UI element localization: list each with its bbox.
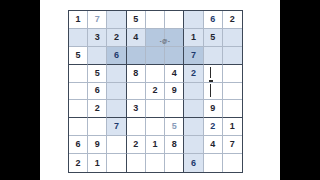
sudoku-board: -@- 175623241556758426292397521692184721… [68, 10, 243, 173]
cell-r2c2[interactable]: 3 [88, 29, 107, 47]
cell-r6c4[interactable]: 3 [127, 100, 146, 118]
cell-r7c4[interactable] [127, 118, 146, 136]
cell-r1c6[interactable] [165, 11, 184, 29]
cell-r9c1[interactable]: 2 [69, 154, 88, 172]
cell-r7c9[interactable]: 1 [223, 118, 242, 136]
text-cursor-icon [209, 67, 214, 98]
cell-r7c7[interactable] [184, 118, 203, 136]
cell-r1c8[interactable]: 6 [204, 11, 223, 29]
cell-r2c9[interactable] [223, 29, 242, 47]
caret-tick [209, 80, 213, 82]
emoticon-artifact: -@- [152, 38, 178, 47]
cell-r4c6[interactable]: 4 [165, 65, 184, 83]
cell-r4c1[interactable] [69, 65, 88, 83]
app-background: -@- 175623241556758426292397521692184721… [40, 0, 280, 180]
cell-r2c1[interactable] [69, 29, 88, 47]
cell-r3c3[interactable]: 6 [107, 47, 126, 65]
cell-r1c9[interactable]: 2 [223, 11, 242, 29]
cell-r2c8[interactable]: 5 [204, 29, 223, 47]
cell-r6c3[interactable] [107, 100, 126, 118]
cell-r5c2[interactable]: 6 [88, 83, 107, 101]
cell-r9c5[interactable] [146, 154, 165, 172]
cell-r8c1[interactable]: 6 [69, 136, 88, 154]
cell-r6c2[interactable]: 2 [88, 100, 107, 118]
cell-r7c2[interactable] [88, 118, 107, 136]
cell-r6c1[interactable] [69, 100, 88, 118]
cell-r5c7[interactable] [184, 83, 203, 101]
cell-r1c7[interactable] [184, 11, 203, 29]
cell-r3c4[interactable] [127, 47, 146, 65]
cell-r8c7[interactable] [184, 136, 203, 154]
cell-r8c8[interactable]: 4 [204, 136, 223, 154]
caret-bar-bottom [210, 84, 211, 97]
cell-r3c8[interactable] [204, 47, 223, 65]
cell-r8c2[interactable]: 9 [88, 136, 107, 154]
cell-r5c4[interactable] [127, 83, 146, 101]
cell-r3c6[interactable] [165, 47, 184, 65]
cell-r1c1[interactable]: 1 [69, 11, 88, 29]
cell-r2c4[interactable]: 4 [127, 29, 146, 47]
cell-r8c9[interactable]: 7 [223, 136, 242, 154]
cell-r4c7[interactable]: 2 [184, 65, 203, 83]
cell-r3c9[interactable] [223, 47, 242, 65]
cell-r9c7[interactable]: 6 [184, 154, 203, 172]
cell-r9c3[interactable] [107, 154, 126, 172]
cell-r4c3[interactable] [107, 65, 126, 83]
cell-r8c4[interactable]: 2 [127, 136, 146, 154]
cell-r9c8[interactable] [204, 154, 223, 172]
cell-r7c6[interactable]: 5 [165, 118, 184, 136]
cell-r1c2[interactable]: 7 [88, 11, 107, 29]
cell-r9c9[interactable] [223, 154, 242, 172]
cell-r5c5[interactable]: 2 [146, 83, 165, 101]
screenshot-root: -@- 175623241556758426292397521692184721… [0, 0, 320, 180]
cell-r5c6[interactable]: 9 [165, 83, 184, 101]
cell-r4c4[interactable]: 8 [127, 65, 146, 83]
cell-r6c7[interactable] [184, 100, 203, 118]
cell-r3c5[interactable] [146, 47, 165, 65]
cell-r5c9[interactable] [223, 83, 242, 101]
cell-r4c5[interactable] [146, 65, 165, 83]
cell-r6c8[interactable]: 9 [204, 100, 223, 118]
cell-r3c2[interactable] [88, 47, 107, 65]
cell-r6c6[interactable] [165, 100, 184, 118]
cell-r7c3[interactable]: 7 [107, 118, 126, 136]
cell-r2c3[interactable]: 2 [107, 29, 126, 47]
cell-r6c5[interactable] [146, 100, 165, 118]
cell-r8c5[interactable]: 1 [146, 136, 165, 154]
cell-r6c9[interactable] [223, 100, 242, 118]
pillarbox-left [0, 0, 40, 180]
cell-r8c3[interactable] [107, 136, 126, 154]
pillarbox-right [280, 0, 320, 180]
cell-r7c5[interactable] [146, 118, 165, 136]
cell-r7c8[interactable]: 2 [204, 118, 223, 136]
cell-r9c4[interactable] [127, 154, 146, 172]
cell-r1c4[interactable]: 5 [127, 11, 146, 29]
cell-r1c3[interactable] [107, 11, 126, 29]
cell-r1c5[interactable] [146, 11, 165, 29]
cell-r3c1[interactable]: 5 [69, 47, 88, 65]
cell-r7c1[interactable] [69, 118, 88, 136]
cell-r2c7[interactable]: 1 [184, 29, 203, 47]
cell-r5c3[interactable] [107, 83, 126, 101]
cell-r5c1[interactable] [69, 83, 88, 101]
cell-r4c9[interactable] [223, 65, 242, 83]
cell-r9c6[interactable] [165, 154, 184, 172]
cell-r8c6[interactable]: 8 [165, 136, 184, 154]
cell-r4c2[interactable]: 5 [88, 65, 107, 83]
cell-r9c2[interactable]: 1 [88, 154, 107, 172]
caret-bar-top [210, 67, 211, 78]
cell-r3c7[interactable]: 7 [184, 47, 203, 65]
